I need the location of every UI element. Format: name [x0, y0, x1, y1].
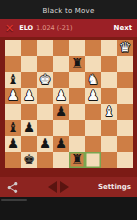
fine-print	[1, 199, 27, 201]
result-bar: ✕ ELO 1.024 (-21) Next	[0, 19, 137, 37]
square[interactable]	[37, 104, 53, 120]
turn-indicator: Black to Move	[43, 7, 95, 15]
square[interactable]: ♚	[37, 72, 53, 88]
square[interactable]	[53, 40, 69, 56]
square[interactable]: ♟	[5, 88, 21, 104]
square[interactable]: ♛	[117, 40, 133, 56]
square[interactable]	[69, 72, 85, 88]
white-knight[interactable]: ♞	[85, 72, 101, 88]
square[interactable]	[21, 136, 37, 152]
black-pawn[interactable]: ♟	[37, 136, 53, 152]
square[interactable]: ♟	[5, 136, 21, 152]
square[interactable]	[117, 152, 133, 168]
square[interactable]	[85, 152, 101, 168]
puzzle-failed-x-icon: ✕	[5, 23, 14, 34]
white-pawn[interactable]: ♟	[53, 88, 69, 104]
settings-button[interactable]: Settings	[98, 183, 131, 191]
square[interactable]	[101, 40, 117, 56]
chess-board: ♛♜♝♚♞♟♟♟♟♟♝♝♟♟♟♟♚♜	[0, 37, 137, 177]
square[interactable]: ♝	[101, 104, 117, 120]
square[interactable]	[37, 40, 53, 56]
white-king[interactable]: ♚	[37, 72, 53, 88]
square[interactable]: ♜	[69, 56, 85, 72]
white-pawn[interactable]: ♟	[21, 88, 37, 104]
black-pawn[interactable]: ♟	[53, 136, 69, 152]
square[interactable]	[85, 136, 101, 152]
black-pawn[interactable]: ♟	[5, 136, 21, 152]
square[interactable]	[53, 152, 69, 168]
app-window: Black to Move ✕ ELO 1.024 (-21) Next ♛♜♝…	[0, 0, 137, 220]
square[interactable]	[117, 72, 133, 88]
square[interactable]	[85, 56, 101, 72]
elo-label: ELO	[19, 24, 33, 32]
square[interactable]: ♚	[21, 152, 37, 168]
square[interactable]	[5, 56, 21, 72]
move-nav-arrows	[19, 181, 98, 193]
square[interactable]	[101, 88, 117, 104]
square[interactable]: ♟	[53, 136, 69, 152]
square[interactable]	[69, 104, 85, 120]
square[interactable]	[101, 56, 117, 72]
square[interactable]	[101, 136, 117, 152]
white-pawn[interactable]: ♟	[85, 88, 101, 104]
square[interactable]	[69, 136, 85, 152]
square[interactable]	[21, 72, 37, 88]
square[interactable]	[85, 120, 101, 136]
square[interactable]: ♟	[21, 88, 37, 104]
square[interactable]	[117, 136, 133, 152]
square[interactable]	[101, 72, 117, 88]
square[interactable]	[21, 56, 37, 72]
black-bishop[interactable]: ♝	[5, 72, 21, 88]
square[interactable]	[37, 56, 53, 72]
square[interactable]	[21, 104, 37, 120]
square[interactable]	[53, 120, 69, 136]
next-puzzle-button[interactable]: Next	[114, 24, 132, 32]
square[interactable]: ♟	[85, 88, 101, 104]
black-pawn[interactable]: ♟	[21, 120, 37, 136]
black-king[interactable]: ♚	[21, 152, 37, 168]
square[interactable]	[85, 40, 101, 56]
board-grid: ♛♜♝♚♞♟♟♟♟♟♝♝♟♟♟♟♚♜	[5, 40, 133, 168]
square[interactable]: ♟	[37, 136, 53, 152]
square[interactable]	[53, 56, 69, 72]
square[interactable]	[69, 40, 85, 56]
bottom-area	[0, 197, 137, 220]
prev-move-arrow-icon[interactable]	[48, 181, 57, 193]
bottom-toolbar: Settings	[0, 177, 137, 197]
top-bar: Black to Move	[0, 0, 137, 19]
square[interactable]	[117, 88, 133, 104]
black-pawn[interactable]: ♟	[53, 104, 69, 120]
black-bishop[interactable]: ♝	[5, 120, 21, 136]
black-rook[interactable]: ♜	[69, 56, 85, 72]
square[interactable]	[5, 152, 21, 168]
elo-value: 1.024 (-21)	[36, 24, 72, 32]
square[interactable]	[37, 120, 53, 136]
white-pawn[interactable]: ♟	[5, 88, 21, 104]
square[interactable]	[101, 120, 117, 136]
square[interactable]	[37, 88, 53, 104]
square[interactable]: ♟	[21, 120, 37, 136]
square[interactable]	[101, 152, 117, 168]
square[interactable]: ♞	[85, 72, 101, 88]
square[interactable]: ♝	[5, 72, 21, 88]
square[interactable]	[5, 40, 21, 56]
share-button[interactable]	[6, 181, 19, 194]
square[interactable]: ♜	[69, 152, 85, 168]
white-queen[interactable]: ♛	[117, 40, 133, 56]
square[interactable]: ♝	[5, 120, 21, 136]
square[interactable]	[69, 88, 85, 104]
square[interactable]	[117, 56, 133, 72]
white-bishop[interactable]: ♝	[101, 104, 117, 120]
square[interactable]	[53, 72, 69, 88]
share-icon	[6, 181, 19, 194]
square[interactable]	[85, 104, 101, 120]
square[interactable]	[37, 152, 53, 168]
square[interactable]	[5, 104, 21, 120]
square[interactable]: ♟	[53, 88, 69, 104]
square[interactable]	[69, 120, 85, 136]
next-move-arrow-icon[interactable]	[60, 181, 69, 193]
square[interactable]	[117, 120, 133, 136]
square[interactable]	[117, 104, 133, 120]
black-rook[interactable]: ♜	[69, 152, 85, 168]
square[interactable]	[21, 40, 37, 56]
square[interactable]: ♟	[53, 104, 69, 120]
